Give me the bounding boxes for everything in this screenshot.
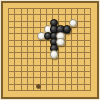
frame-tick — [58, 97, 60, 99]
grid-line-horizontal-12 — [8, 77, 91, 78]
frame-tick — [8, 97, 10, 99]
frame-tick — [8, 1, 10, 3]
frame-tick — [1, 33, 3, 35]
star-point — [36, 84, 41, 89]
frame-tick — [90, 1, 92, 3]
game-window — [0, 0, 100, 100]
grid-line-vertical-12 — [77, 8, 78, 91]
frame-tick — [97, 14, 99, 16]
frame-tick — [1, 8, 3, 10]
frame-tick — [52, 97, 54, 99]
frame-tick — [1, 90, 3, 92]
grid-line-vertical-14 — [90, 8, 91, 91]
grid-line-vertical-9 — [58, 8, 59, 91]
frame-tick — [14, 97, 16, 99]
grid-line-horizontal-10 — [8, 65, 91, 66]
grid-line-vertical-13 — [84, 8, 85, 91]
frame-tick — [97, 20, 99, 22]
frame-tick — [52, 1, 54, 3]
grid-line-vertical-6 — [40, 8, 41, 91]
frame-tick — [64, 97, 66, 99]
frame-tick — [97, 39, 99, 41]
frame-tick — [97, 8, 99, 10]
frame-tick — [97, 83, 99, 85]
frame-tick — [77, 97, 79, 99]
frame-tick — [45, 1, 47, 3]
frame-tick — [39, 97, 41, 99]
frame-tick — [64, 1, 66, 3]
frame-tick — [26, 97, 28, 99]
frame-tick — [97, 52, 99, 54]
white-stone[interactable] — [56, 38, 64, 46]
frame-tick — [71, 1, 73, 3]
grid-line-vertical-4 — [27, 8, 28, 91]
frame-tick — [1, 83, 3, 85]
frame-tick — [26, 1, 28, 3]
frame-tick — [83, 97, 85, 99]
frame-tick — [97, 26, 99, 28]
frame-tick — [90, 97, 92, 99]
grid-line-horizontal-14 — [8, 90, 91, 91]
frame-tick — [97, 33, 99, 35]
frame-tick — [1, 64, 3, 66]
frame-tick — [1, 52, 3, 54]
frame-tick — [45, 97, 47, 99]
frame-tick — [71, 97, 73, 99]
goban-board[interactable] — [1, 1, 99, 99]
frame-tick — [1, 26, 3, 28]
frame-tick — [14, 1, 16, 3]
frame-tick — [1, 77, 3, 79]
frame-tick — [1, 71, 3, 73]
frame-tick — [97, 71, 99, 73]
frame-tick — [33, 1, 35, 3]
grid-line-horizontal-9 — [8, 58, 91, 59]
frame-tick — [1, 20, 3, 22]
grid-line-vertical-10 — [65, 8, 66, 91]
frame-tick — [97, 45, 99, 47]
frame-tick — [97, 90, 99, 92]
grid-line-vertical-7 — [46, 8, 47, 91]
frame-tick — [97, 64, 99, 66]
frame-tick — [20, 97, 22, 99]
frame-tick — [39, 1, 41, 3]
frame-tick — [83, 1, 85, 3]
frame-tick — [20, 1, 22, 3]
frame-tick — [58, 1, 60, 3]
frame-tick — [1, 39, 3, 41]
frame-tick — [1, 14, 3, 16]
frame-tick — [97, 58, 99, 60]
frame-tick — [1, 45, 3, 47]
frame-tick — [97, 77, 99, 79]
grid-line-horizontal-13 — [8, 84, 91, 85]
grid-line-vertical-5 — [33, 8, 34, 91]
frame-tick — [33, 97, 35, 99]
frame-tick — [77, 1, 79, 3]
frame-tick — [1, 58, 3, 60]
grid-line-horizontal-11 — [8, 71, 91, 72]
